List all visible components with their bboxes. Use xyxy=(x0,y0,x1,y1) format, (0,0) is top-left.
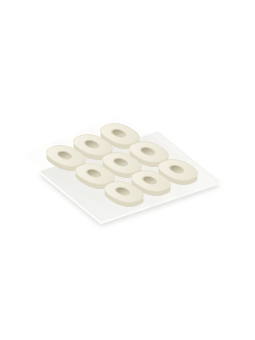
product-photo-canvas xyxy=(0,0,255,340)
product-photo xyxy=(0,0,255,340)
